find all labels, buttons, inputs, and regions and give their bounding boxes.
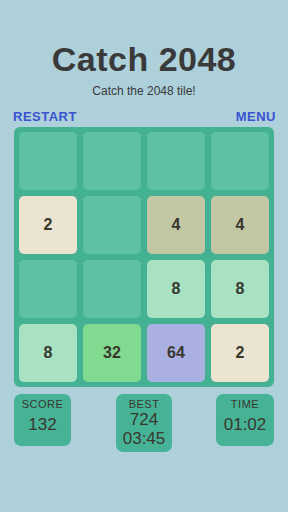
- score-panel: SCORE 132: [14, 394, 71, 446]
- empty-cell: [211, 132, 269, 190]
- empty-cell: [19, 260, 77, 318]
- tile-8: 8: [19, 324, 77, 382]
- best-label: BEST: [129, 398, 160, 410]
- tile-32: 32: [83, 324, 141, 382]
- time-value: 01:02: [224, 415, 267, 434]
- app-title: Catch 2048: [0, 40, 288, 79]
- best-score-value: 724: [130, 410, 158, 429]
- game-board[interactable]: 24488832642: [14, 127, 274, 387]
- time-panel: TIME 01:02: [216, 394, 274, 446]
- menu-button[interactable]: MENU: [236, 109, 276, 124]
- empty-cell: [19, 132, 77, 190]
- tile-8: 8: [147, 260, 205, 318]
- score-value: 132: [28, 415, 56, 434]
- tile-4: 4: [147, 196, 205, 254]
- tile-2: 2: [19, 196, 77, 254]
- toolbar: RESTART MENU: [13, 108, 276, 124]
- app-subtitle: Catch the 2048 tile!: [0, 84, 288, 98]
- empty-cell: [83, 196, 141, 254]
- empty-cell: [83, 132, 141, 190]
- best-panel: BEST 724 03:45: [116, 394, 172, 452]
- tile-2: 2: [211, 324, 269, 382]
- best-time-value: 03:45: [123, 429, 166, 448]
- empty-cell: [83, 260, 141, 318]
- tile-64: 64: [147, 324, 205, 382]
- time-label: TIME: [231, 398, 259, 410]
- score-label: SCORE: [22, 398, 64, 410]
- tile-4: 4: [211, 196, 269, 254]
- restart-button[interactable]: RESTART: [13, 109, 77, 124]
- tile-8: 8: [211, 260, 269, 318]
- empty-cell: [147, 132, 205, 190]
